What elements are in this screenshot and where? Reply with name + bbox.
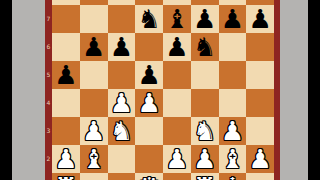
- square-e4[interactable]: [163, 89, 191, 117]
- white-pawn-c4: ♟: [110, 89, 133, 117]
- square-e6[interactable]: ♟: [163, 33, 191, 61]
- white-pawn-b3: ♟: [82, 117, 105, 145]
- square-h2[interactable]: ♟: [246, 145, 274, 173]
- square-f5[interactable]: [191, 61, 219, 89]
- square-f1[interactable]: ♜: [191, 173, 219, 180]
- white-rook-a1: ♜: [54, 173, 77, 180]
- white-knight-f3: ♞: [193, 117, 216, 145]
- square-a5[interactable]: ♟: [52, 61, 80, 89]
- square-f7[interactable]: ♟: [191, 5, 219, 33]
- square-e3[interactable]: [163, 117, 191, 145]
- black-pawn-c6: ♟: [110, 33, 133, 61]
- letterbox-right: [308, 0, 320, 180]
- square-a2[interactable]: ♟: [52, 145, 80, 173]
- black-pawn-h7: ♟: [248, 5, 271, 33]
- white-pawn-h2: ♟: [248, 145, 271, 173]
- square-h4[interactable]: [246, 89, 274, 117]
- white-bishop-b2: ♝: [82, 145, 105, 173]
- square-g1[interactable]: ♚: [219, 173, 247, 180]
- square-a3[interactable]: [52, 117, 80, 145]
- square-h7[interactable]: ♟: [246, 5, 274, 33]
- white-knight-c3: ♞: [110, 117, 133, 145]
- rank-label-5: 5: [47, 72, 51, 78]
- square-a7[interactable]: [52, 5, 80, 33]
- square-e2[interactable]: ♟: [163, 145, 191, 173]
- white-pawn-d4: ♟: [137, 89, 160, 117]
- chessboard: ♜♝♛♜♚♞♝♟♟♟♟♟♟♞♟♟♟♟♟♞♞♟♟♝♟♟♝♟♜♛♜♚: [52, 0, 274, 180]
- black-pawn-g7: ♟: [221, 5, 244, 33]
- white-bishop-g2: ♝: [221, 145, 244, 173]
- square-b4[interactable]: [80, 89, 108, 117]
- square-b6[interactable]: ♟: [80, 33, 108, 61]
- square-c2[interactable]: [108, 145, 136, 173]
- black-pawn-b6: ♟: [82, 33, 105, 61]
- square-a4[interactable]: [52, 89, 80, 117]
- square-f2[interactable]: ♟: [191, 145, 219, 173]
- square-g2[interactable]: ♝: [219, 145, 247, 173]
- square-h3[interactable]: [246, 117, 274, 145]
- square-c1[interactable]: [108, 173, 136, 180]
- white-pawn-a2: ♟: [54, 145, 77, 173]
- white-king-g1: ♚: [221, 173, 244, 180]
- white-rook-f1: ♜: [193, 173, 216, 180]
- square-b3[interactable]: ♟: [80, 117, 108, 145]
- square-c5[interactable]: [108, 61, 136, 89]
- square-b2[interactable]: ♝: [80, 145, 108, 173]
- square-d1[interactable]: ♛: [135, 173, 163, 180]
- black-pawn-a5: ♟: [54, 61, 77, 89]
- square-h5[interactable]: [246, 61, 274, 89]
- white-pawn-e2: ♟: [165, 145, 188, 173]
- square-d5[interactable]: ♟: [135, 61, 163, 89]
- chessboard-frame: 765432 ♜♝♛♜♚♞♝♟♟♟♟♟♟♞♟♟♟♟♟♞♞♟♟♝♟♟♝♟♜♛♜♚: [45, 0, 280, 180]
- white-pawn-f2: ♟: [193, 145, 216, 173]
- black-bishop-e7: ♝: [165, 5, 188, 33]
- square-g4[interactable]: [219, 89, 247, 117]
- white-pawn-g3: ♟: [221, 117, 244, 145]
- square-f3[interactable]: ♞: [191, 117, 219, 145]
- square-d4[interactable]: ♟: [135, 89, 163, 117]
- black-pawn-e6: ♟: [165, 33, 188, 61]
- square-g5[interactable]: [219, 61, 247, 89]
- rank-label-3: 3: [47, 128, 51, 134]
- square-a6[interactable]: [52, 33, 80, 61]
- square-d3[interactable]: [135, 117, 163, 145]
- square-d6[interactable]: [135, 33, 163, 61]
- rank-label-2: 2: [47, 156, 51, 162]
- rank-label-4: 4: [47, 100, 51, 106]
- square-b7[interactable]: [80, 5, 108, 33]
- square-b5[interactable]: [80, 61, 108, 89]
- rank-label-7: 7: [47, 16, 51, 22]
- square-f6[interactable]: ♞: [191, 33, 219, 61]
- square-e5[interactable]: [163, 61, 191, 89]
- black-knight-f6: ♞: [193, 33, 216, 61]
- square-h6[interactable]: [246, 33, 274, 61]
- black-pawn-f7: ♟: [193, 5, 216, 33]
- square-d2[interactable]: [135, 145, 163, 173]
- square-g7[interactable]: ♟: [219, 5, 247, 33]
- square-d7[interactable]: ♞: [135, 5, 163, 33]
- square-c6[interactable]: ♟: [108, 33, 136, 61]
- square-a1[interactable]: ♜: [52, 173, 80, 180]
- square-h1[interactable]: [246, 173, 274, 180]
- square-f4[interactable]: [191, 89, 219, 117]
- rank-labels: 765432: [45, 0, 52, 180]
- square-e1[interactable]: [163, 173, 191, 180]
- square-g6[interactable]: [219, 33, 247, 61]
- square-c4[interactable]: ♟: [108, 89, 136, 117]
- black-pawn-d5: ♟: [137, 61, 160, 89]
- rank-label-6: 6: [47, 44, 51, 50]
- square-g3[interactable]: ♟: [219, 117, 247, 145]
- square-c3[interactable]: ♞: [108, 117, 136, 145]
- square-e7[interactable]: ♝: [163, 5, 191, 33]
- white-queen-d1: ♛: [137, 173, 160, 180]
- square-b1[interactable]: [80, 173, 108, 180]
- letterbox-left: [0, 0, 12, 180]
- black-knight-d7: ♞: [137, 5, 160, 33]
- square-c7[interactable]: [108, 5, 136, 33]
